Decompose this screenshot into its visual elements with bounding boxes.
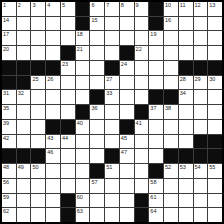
white-cell-r2c10[interactable] [135, 17, 149, 31]
white-cell-r9c11[interactable] [149, 120, 163, 134]
black-cell-r7c11 [149, 90, 163, 104]
white-cell-r3c3[interactable] [31, 31, 45, 45]
clue-number-1: 1 [3, 2, 6, 8]
white-cell-r12c2[interactable]: 49 [17, 164, 31, 178]
white-cell-r4c1[interactable]: 20 [2, 46, 16, 60]
clue-number-22: 22 [136, 46, 142, 52]
white-cell-r10c12[interactable] [164, 135, 178, 149]
white-cell-r1c5[interactable]: 5 [61, 2, 75, 16]
white-cell-r15c1[interactable]: 62 [2, 208, 16, 222]
clue-number-10: 10 [165, 2, 171, 8]
clue-number-23: 23 [62, 61, 68, 67]
white-cell-r3c1[interactable]: 17 [2, 31, 16, 45]
white-cell-r10c1[interactable]: 42 [2, 135, 16, 149]
white-cell-r13c4[interactable] [46, 179, 60, 193]
white-cell-r12c13[interactable]: 53 [179, 164, 193, 178]
white-cell-r6c8[interactable]: 27 [105, 76, 119, 90]
black-cell-r14c10 [135, 194, 149, 208]
white-cell-r10c8[interactable] [105, 135, 119, 149]
white-cell-r14c7[interactable] [90, 194, 104, 208]
clue-number-46: 46 [47, 149, 53, 155]
black-cell-r15c10 [135, 208, 149, 222]
clue-number-13: 13 [209, 2, 215, 8]
white-cell-r1c15[interactable]: 13 [208, 2, 222, 16]
white-cell-r4c15[interactable] [208, 46, 222, 60]
clue-number-12: 12 [195, 2, 201, 8]
clue-number-35: 35 [3, 105, 9, 111]
white-cell-r3c5[interactable] [61, 31, 75, 45]
white-cell-r15c12[interactable] [164, 208, 178, 222]
white-cell-r6c13[interactable]: 28 [179, 76, 193, 90]
black-cell-r11c15 [208, 149, 222, 163]
black-cell-r5c3 [31, 61, 45, 75]
white-cell-r11c9[interactable]: 47 [120, 149, 134, 163]
clue-number-57: 57 [91, 179, 97, 185]
white-cell-r13c13[interactable] [179, 179, 193, 193]
white-cell-r13c12[interactable] [164, 179, 178, 193]
white-cell-r7c9[interactable] [120, 90, 134, 104]
black-cell-r11c8 [105, 149, 119, 163]
clue-number-38: 38 [165, 105, 171, 111]
white-cell-r5c7[interactable] [90, 61, 104, 75]
clue-number-2: 2 [18, 2, 21, 8]
white-cell-r9c7[interactable] [90, 120, 104, 134]
clue-number-59: 59 [3, 194, 9, 200]
white-cell-r4c6[interactable]: 21 [76, 46, 90, 60]
white-cell-r4c4[interactable] [46, 46, 60, 60]
white-cell-r2c4[interactable] [46, 17, 60, 31]
white-cell-r4c7[interactable] [90, 46, 104, 60]
white-cell-r5c5[interactable]: 23 [61, 61, 75, 75]
clue-number-25: 25 [32, 76, 38, 82]
white-cell-r15c11[interactable]: 64 [149, 208, 163, 222]
black-cell-r5c1 [2, 61, 16, 75]
clue-number-21: 21 [77, 46, 83, 52]
white-cell-r7c8[interactable]: 33 [105, 90, 119, 104]
clue-number-60: 60 [77, 194, 83, 200]
clue-number-14: 14 [3, 17, 9, 23]
white-cell-r10c10[interactable] [135, 135, 149, 149]
white-cell-r12c4[interactable] [46, 164, 60, 178]
clue-number-9: 9 [136, 2, 139, 8]
white-cell-r3c4[interactable] [46, 31, 60, 45]
white-cell-r13c1[interactable]: 56 [2, 179, 16, 193]
white-cell-r5c12[interactable] [164, 61, 178, 75]
white-cell-r9c15[interactable] [208, 120, 222, 134]
white-cell-r15c15[interactable] [208, 208, 222, 222]
white-cell-r12c6[interactable] [76, 164, 90, 178]
white-cell-r3c10[interactable] [135, 31, 149, 45]
white-cell-r7c1[interactable]: 31 [2, 90, 16, 104]
white-cell-r11c4[interactable]: 46 [46, 149, 60, 163]
white-cell-r1c7[interactable]: 6 [90, 2, 104, 16]
white-cell-r5c9[interactable]: 24 [120, 61, 134, 75]
white-cell-r14c11[interactable]: 61 [149, 194, 163, 208]
clue-number-24: 24 [121, 61, 127, 67]
black-cell-r5c4 [46, 61, 60, 75]
white-cell-r6c11[interactable] [149, 76, 163, 90]
white-cell-r10c11[interactable] [149, 135, 163, 149]
white-cell-r14c1[interactable]: 59 [2, 194, 16, 208]
clue-number-64: 64 [150, 208, 156, 214]
clue-number-54: 54 [195, 164, 201, 170]
black-cell-r7c7 [90, 90, 104, 104]
black-cell-r11c1 [2, 149, 16, 163]
white-cell-r8c15[interactable] [208, 105, 222, 119]
white-cell-r14c3[interactable] [31, 194, 45, 208]
white-cell-r2c14[interactable] [194, 17, 208, 31]
white-cell-r14c8[interactable] [105, 194, 119, 208]
white-cell-r9c1[interactable]: 39 [2, 120, 16, 134]
black-cell-r12c7 [90, 164, 104, 178]
clue-number-33: 33 [106, 90, 112, 96]
clue-number-40: 40 [77, 120, 83, 126]
black-cell-r10c14 [194, 135, 208, 149]
white-cell-r13c9[interactable] [120, 179, 134, 193]
white-cell-r9c14[interactable] [194, 120, 208, 134]
white-cell-r2c12[interactable]: 16 [164, 17, 178, 31]
white-cell-r3c7[interactable] [90, 31, 104, 45]
clue-number-58: 58 [150, 179, 156, 185]
white-cell-r8c9[interactable] [120, 105, 134, 119]
white-cell-r3c11[interactable]: 19 [149, 31, 163, 45]
white-cell-r7c2[interactable]: 32 [17, 90, 31, 104]
white-cell-r10c6[interactable] [76, 135, 90, 149]
black-cell-r11c14 [194, 149, 208, 163]
white-cell-r12c15[interactable]: 55 [208, 164, 222, 178]
white-cell-r3c13[interactable] [179, 31, 193, 45]
black-cell-r14c5 [61, 194, 75, 208]
white-cell-r11c5[interactable] [61, 149, 75, 163]
white-cell-r3c9[interactable] [120, 31, 134, 45]
white-cell-r12c1[interactable]: 48 [2, 164, 16, 178]
white-cell-r14c9[interactable] [120, 194, 134, 208]
white-cell-r4c8[interactable] [105, 46, 119, 60]
white-cell-r15c14[interactable] [194, 208, 208, 222]
white-cell-r13c7[interactable]: 57 [90, 179, 104, 193]
white-cell-r6c3[interactable]: 25 [31, 76, 45, 90]
white-cell-r10c5[interactable]: 44 [61, 135, 75, 149]
clue-number-43: 43 [47, 135, 53, 141]
white-cell-r1c3[interactable]: 3 [31, 2, 45, 16]
clue-number-50: 50 [32, 164, 38, 170]
black-cell-r8c10 [135, 105, 149, 119]
white-cell-r3c12[interactable] [164, 31, 178, 45]
clue-number-63: 63 [77, 208, 83, 214]
clue-number-56: 56 [3, 179, 9, 185]
black-cell-r5c15 [208, 61, 222, 75]
white-cell-r5c11[interactable] [149, 61, 163, 75]
white-cell-r13c6[interactable] [76, 179, 90, 193]
white-cell-r4c10[interactable]: 22 [135, 46, 149, 60]
white-cell-r14c4[interactable] [46, 194, 60, 208]
white-cell-r15c7[interactable] [90, 208, 104, 222]
white-cell-r11c6[interactable] [76, 149, 90, 163]
white-cell-r10c3[interactable] [31, 135, 45, 149]
white-cell-r6c14[interactable]: 29 [194, 76, 208, 90]
white-cell-r3c15[interactable] [208, 31, 222, 45]
white-cell-r6c7[interactable] [90, 76, 104, 90]
white-cell-r15c9[interactable] [120, 208, 134, 222]
white-cell-r15c13[interactable] [179, 208, 193, 222]
white-cell-r11c11[interactable] [149, 149, 163, 163]
white-cell-r4c11[interactable] [149, 46, 163, 60]
black-cell-r4c5 [61, 46, 75, 60]
clue-number-28: 28 [180, 76, 186, 82]
white-cell-r14c6[interactable]: 60 [76, 194, 90, 208]
clue-number-8: 8 [121, 2, 124, 8]
white-cell-r9c13[interactable] [179, 120, 193, 134]
clue-number-37: 37 [150, 105, 156, 111]
white-cell-r7c10[interactable] [135, 90, 149, 104]
white-cell-r6c12[interactable] [164, 76, 178, 90]
white-cell-r7c13[interactable]: 34 [179, 90, 193, 104]
clue-number-32: 32 [18, 90, 24, 96]
white-cell-r5c10[interactable] [135, 61, 149, 75]
white-cell-r10c13[interactable] [179, 135, 193, 149]
white-cell-r3c8[interactable] [105, 31, 119, 45]
white-cell-r13c15[interactable] [208, 179, 222, 193]
white-cell-r7c6[interactable] [76, 90, 90, 104]
white-cell-r13c10[interactable] [135, 179, 149, 193]
white-cell-r7c5[interactable] [61, 90, 75, 104]
white-cell-r13c14[interactable] [194, 179, 208, 193]
black-cell-r2c6 [76, 17, 90, 31]
white-cell-r6c10[interactable] [135, 76, 149, 90]
black-cell-r9c5 [61, 120, 75, 134]
white-cell-r7c3[interactable] [31, 90, 45, 104]
white-cell-r10c2[interactable] [17, 135, 31, 149]
white-cell-r3c14[interactable] [194, 31, 208, 45]
white-cell-r3c6[interactable]: 18 [76, 31, 90, 45]
white-cell-r6c6[interactable] [76, 76, 90, 90]
clue-number-27: 27 [106, 76, 112, 82]
white-cell-r14c2[interactable] [17, 194, 31, 208]
white-cell-r8c4[interactable] [46, 105, 60, 119]
white-cell-r9c8[interactable] [105, 120, 119, 134]
clue-number-30: 30 [209, 76, 215, 82]
white-cell-r1c8[interactable]: 7 [105, 2, 119, 16]
white-cell-r8c11[interactable]: 37 [149, 105, 163, 119]
white-cell-r13c5[interactable] [61, 179, 75, 193]
clue-number-19: 19 [150, 31, 156, 37]
clue-number-62: 62 [3, 208, 9, 214]
white-cell-r6c9[interactable] [120, 76, 134, 90]
black-cell-r5c8 [105, 61, 119, 75]
white-cell-r2c1[interactable]: 14 [2, 17, 16, 31]
white-cell-r10c7[interactable] [90, 135, 104, 149]
clue-number-42: 42 [3, 135, 9, 141]
clue-number-53: 53 [180, 164, 186, 170]
white-cell-r1c13[interactable]: 11 [179, 2, 193, 16]
white-cell-r12c5[interactable] [61, 164, 75, 178]
white-cell-r7c15[interactable] [208, 90, 222, 104]
black-cell-r15c5 [61, 208, 75, 222]
black-cell-r11c13 [179, 149, 193, 163]
white-cell-r9c3[interactable] [31, 120, 45, 134]
clue-number-49: 49 [18, 164, 24, 170]
clue-number-34: 34 [180, 90, 186, 96]
black-cell-r8c6 [76, 105, 90, 119]
white-cell-r12c8[interactable]: 51 [105, 164, 119, 178]
white-cell-r4c13[interactable] [179, 46, 193, 60]
white-cell-r9c12[interactable] [164, 120, 178, 134]
clue-number-48: 48 [3, 164, 9, 170]
clue-number-44: 44 [62, 135, 68, 141]
clue-number-31: 31 [3, 90, 9, 96]
clue-number-36: 36 [91, 105, 97, 111]
clue-number-17: 17 [3, 31, 9, 37]
clue-number-61: 61 [150, 194, 156, 200]
white-cell-r1c1[interactable]: 1 [2, 2, 16, 16]
white-cell-r8c8[interactable] [105, 105, 119, 119]
white-cell-r4c3[interactable] [31, 46, 45, 60]
white-cell-r9c10[interactable]: 41 [135, 120, 149, 134]
clue-number-11: 11 [180, 2, 186, 8]
clue-number-6: 6 [91, 2, 94, 8]
white-cell-r2c8[interactable] [105, 17, 119, 31]
clue-number-7: 7 [106, 2, 109, 8]
white-cell-r11c7[interactable] [90, 149, 104, 163]
white-cell-r8c3[interactable] [31, 105, 45, 119]
black-cell-r1c11 [149, 2, 163, 16]
black-cell-r11c3 [31, 149, 45, 163]
black-cell-r2c11 [149, 17, 163, 31]
white-cell-r3c2[interactable] [17, 31, 31, 45]
white-cell-r8c7[interactable]: 36 [90, 105, 104, 119]
white-cell-r1c4[interactable]: 4 [46, 2, 60, 16]
white-cell-r15c8[interactable] [105, 208, 119, 222]
white-cell-r8c5[interactable] [61, 105, 75, 119]
white-cell-r1c12[interactable]: 10 [164, 2, 178, 16]
black-cell-r11c12 [164, 149, 178, 163]
white-cell-r12c9[interactable] [120, 164, 134, 178]
clue-number-20: 20 [3, 46, 9, 52]
black-cell-r5c14 [194, 61, 208, 75]
white-cell-r8c13[interactable] [179, 105, 193, 119]
black-cell-r7c12 [164, 90, 178, 104]
white-cell-r2c15[interactable] [208, 17, 222, 31]
black-cell-r11c2 [17, 149, 31, 163]
clue-number-26: 26 [47, 76, 53, 82]
white-cell-r1c10[interactable]: 9 [135, 2, 149, 16]
white-cell-r15c6[interactable]: 63 [76, 208, 90, 222]
white-cell-r13c8[interactable] [105, 179, 119, 193]
clue-number-29: 29 [195, 76, 201, 82]
white-cell-r12c10[interactable] [135, 164, 149, 178]
white-cell-r13c3[interactable] [31, 179, 45, 193]
black-cell-r6c2 [17, 76, 31, 90]
white-cell-r2c5[interactable] [61, 17, 75, 31]
white-cell-r9c2[interactable] [17, 120, 31, 134]
white-cell-r11c10[interactable] [135, 149, 149, 163]
white-cell-r14c13[interactable] [179, 194, 193, 208]
black-cell-r5c13 [179, 61, 193, 75]
white-cell-r15c4[interactable] [46, 208, 60, 222]
black-cell-r4c9 [120, 46, 134, 60]
white-cell-r8c12[interactable]: 38 [164, 105, 178, 119]
white-cell-r1c2[interactable]: 2 [17, 2, 31, 16]
clue-number-52: 52 [165, 164, 171, 170]
white-cell-r13c2[interactable] [17, 179, 31, 193]
white-cell-r10c9[interactable]: 45 [120, 135, 134, 149]
clue-number-4: 4 [47, 2, 50, 8]
black-cell-r1c6 [76, 2, 90, 16]
white-cell-r7c14[interactable] [194, 90, 208, 104]
white-cell-r4c12[interactable] [164, 46, 178, 60]
white-cell-r12c3[interactable]: 50 [31, 164, 45, 178]
white-cell-r2c3[interactable] [31, 17, 45, 31]
black-cell-r9c9 [120, 120, 134, 134]
white-cell-r12c14[interactable]: 54 [194, 164, 208, 178]
white-cell-r1c14[interactable]: 12 [194, 2, 208, 16]
crossword-grid: 1234567891011121314151617181920212223242… [0, 0, 224, 224]
white-cell-r4c2[interactable] [17, 46, 31, 60]
white-cell-r6c15[interactable]: 30 [208, 76, 222, 90]
black-cell-r9c4 [46, 120, 60, 134]
black-cell-r12c11 [149, 164, 163, 178]
white-cell-r1c9[interactable]: 8 [120, 2, 134, 16]
white-cell-r14c14[interactable] [194, 194, 208, 208]
white-cell-r8c1[interactable]: 35 [2, 105, 16, 119]
white-cell-r15c3[interactable] [31, 208, 45, 222]
black-cell-r6c1 [2, 76, 16, 90]
white-cell-r2c7[interactable]: 15 [90, 17, 104, 31]
clue-number-45: 45 [121, 135, 127, 141]
clue-number-16: 16 [165, 17, 171, 23]
white-cell-r8c2[interactable] [17, 105, 31, 119]
white-cell-r8c14[interactable] [194, 105, 208, 119]
white-cell-r10c4[interactable]: 43 [46, 135, 60, 149]
white-cell-r12c12[interactable]: 52 [164, 164, 178, 178]
clue-number-5: 5 [62, 2, 65, 8]
clue-number-3: 3 [32, 2, 35, 8]
clue-number-18: 18 [77, 31, 83, 37]
white-cell-r6c4[interactable]: 26 [46, 76, 60, 90]
white-cell-r2c13[interactable] [179, 17, 193, 31]
white-cell-r2c2[interactable] [17, 17, 31, 31]
black-cell-r10c15 [208, 135, 222, 149]
white-cell-r2c9[interactable] [120, 17, 134, 31]
black-cell-r5c2 [17, 61, 31, 75]
white-cell-r14c12[interactable] [164, 194, 178, 208]
clue-number-39: 39 [3, 120, 9, 126]
clue-number-47: 47 [121, 149, 127, 155]
white-cell-r13c11[interactable]: 58 [149, 179, 163, 193]
white-cell-r7c4[interactable] [46, 90, 60, 104]
clue-number-15: 15 [91, 17, 97, 23]
white-cell-r14c15[interactable] [208, 194, 222, 208]
white-cell-r15c2[interactable] [17, 208, 31, 222]
clue-number-55: 55 [209, 164, 215, 170]
white-cell-r9c6[interactable]: 40 [76, 120, 90, 134]
clue-number-41: 41 [136, 120, 142, 126]
white-cell-r6c5[interactable] [61, 76, 75, 90]
clue-number-51: 51 [106, 164, 112, 170]
white-cell-r5c6[interactable] [76, 61, 90, 75]
white-cell-r4c14[interactable] [194, 46, 208, 60]
